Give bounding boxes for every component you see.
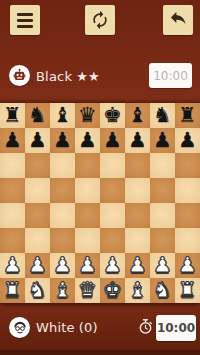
square-a2[interactable]: ♟ [0, 253, 25, 278]
black-clock: 10:00 [149, 63, 192, 88]
square-b1[interactable]: ♞ [25, 278, 50, 303]
square-a5[interactable] [0, 178, 25, 203]
square-b8[interactable]: ♞ [25, 103, 50, 128]
menu-button[interactable] [10, 5, 40, 35]
chess-board[interactable]: ♜♞♝♛♚♝♞♜♟♟♟♟♟♟♟♟♟♟♟♟♟♟♟♟♜♞♝♛♚♝♞♜ [0, 103, 200, 303]
square-h4[interactable] [175, 203, 200, 228]
square-e1[interactable]: ♚ [100, 278, 125, 303]
square-b2[interactable]: ♟ [25, 253, 50, 278]
square-g6[interactable] [150, 153, 175, 178]
square-e4[interactable] [100, 203, 125, 228]
square-g4[interactable] [150, 203, 175, 228]
square-e2[interactable]: ♟ [100, 253, 125, 278]
white-clock: 10:00 [156, 315, 196, 341]
square-e7[interactable]: ♟ [100, 128, 125, 153]
white-pawn: ♟ [128, 253, 147, 278]
stopwatch-icon [137, 318, 154, 335]
black-player-avatar [9, 65, 30, 86]
square-b5[interactable] [25, 178, 50, 203]
black-pawn: ♟ [3, 128, 22, 153]
square-a8[interactable]: ♜ [0, 103, 25, 128]
black-knight: ♞ [153, 103, 172, 128]
white-pawn: ♟ [53, 253, 72, 278]
square-d8[interactable]: ♛ [75, 103, 100, 128]
square-h3[interactable] [175, 228, 200, 253]
square-d3[interactable] [75, 228, 100, 253]
square-b4[interactable] [25, 203, 50, 228]
square-f3[interactable] [125, 228, 150, 253]
black-pawn: ♟ [78, 128, 97, 153]
hamburger-menu-icon [17, 13, 33, 28]
white-rook: ♜ [3, 278, 22, 303]
square-d7[interactable]: ♟ [75, 128, 100, 153]
square-g2[interactable]: ♟ [150, 253, 175, 278]
square-c5[interactable] [50, 178, 75, 203]
square-f7[interactable]: ♟ [125, 128, 150, 153]
square-h1[interactable]: ♜ [175, 278, 200, 303]
black-bishop: ♝ [53, 103, 72, 128]
white-knight: ♞ [153, 278, 172, 303]
black-pawn: ♟ [103, 128, 122, 153]
square-f8[interactable]: ♝ [125, 103, 150, 128]
white-player-avatar [9, 317, 30, 338]
square-a3[interactable] [0, 228, 25, 253]
black-king: ♚ [103, 103, 122, 128]
square-d4[interactable] [75, 203, 100, 228]
square-h5[interactable] [175, 178, 200, 203]
square-g1[interactable]: ♞ [150, 278, 175, 303]
bottom-shade [0, 350, 200, 355]
square-c3[interactable] [50, 228, 75, 253]
square-f6[interactable] [125, 153, 150, 178]
square-c6[interactable] [50, 153, 75, 178]
white-bishop: ♝ [53, 278, 72, 303]
chess-app-screen: Black★★ 10:00 ♜♞♝♛♚♝♞♜♟♟♟♟♟♟♟♟♟♟♟♟♟♟♟♟♜♞… [0, 0, 200, 355]
square-a6[interactable] [0, 153, 25, 178]
face-icon [12, 320, 28, 336]
square-c8[interactable]: ♝ [50, 103, 75, 128]
black-pawn: ♟ [28, 128, 47, 153]
difficulty-stars: ★★ [76, 69, 100, 84]
black-pawn: ♟ [128, 128, 147, 153]
square-f4[interactable] [125, 203, 150, 228]
white-knight: ♞ [28, 278, 47, 303]
black-pawn: ♟ [178, 128, 197, 153]
refresh-button[interactable] [85, 5, 115, 35]
white-pawn: ♟ [28, 253, 47, 278]
square-c2[interactable]: ♟ [50, 253, 75, 278]
square-b3[interactable] [25, 228, 50, 253]
square-a4[interactable] [0, 203, 25, 228]
black-rook: ♜ [3, 103, 22, 128]
white-rook: ♜ [178, 278, 197, 303]
black-bishop: ♝ [128, 103, 147, 128]
white-pawn: ♟ [153, 253, 172, 278]
square-g3[interactable] [150, 228, 175, 253]
square-h8[interactable]: ♜ [175, 103, 200, 128]
robot-icon [12, 68, 27, 83]
black-pawn: ♟ [153, 128, 172, 153]
square-e5[interactable] [100, 178, 125, 203]
refresh-sync-icon [90, 10, 110, 30]
white-king: ♚ [103, 278, 122, 303]
square-e6[interactable] [100, 153, 125, 178]
square-f1[interactable]: ♝ [125, 278, 150, 303]
white-pawn: ♟ [178, 253, 197, 278]
square-h6[interactable] [175, 153, 200, 178]
square-f2[interactable]: ♟ [125, 253, 150, 278]
capture-score: (0) [79, 320, 98, 335]
white-pawn: ♟ [3, 253, 22, 278]
undo-arrow-icon [168, 10, 188, 30]
square-e3[interactable] [100, 228, 125, 253]
white-queen: ♛ [78, 278, 97, 303]
square-g8[interactable]: ♞ [150, 103, 175, 128]
square-g5[interactable] [150, 178, 175, 203]
square-c4[interactable] [50, 203, 75, 228]
black-rook: ♜ [178, 103, 197, 128]
square-h2[interactable]: ♟ [175, 253, 200, 278]
square-d1[interactable]: ♛ [75, 278, 100, 303]
square-h7[interactable]: ♟ [175, 128, 200, 153]
square-b7[interactable]: ♟ [25, 128, 50, 153]
square-d5[interactable] [75, 178, 100, 203]
square-c1[interactable]: ♝ [50, 278, 75, 303]
square-f5[interactable] [125, 178, 150, 203]
square-d2[interactable]: ♟ [75, 253, 100, 278]
square-b6[interactable] [25, 153, 50, 178]
black-player-name: Black★★ [36, 69, 100, 84]
white-pawn: ♟ [78, 253, 97, 278]
black-knight: ♞ [28, 103, 47, 128]
white-pawn: ♟ [103, 253, 122, 278]
black-queen: ♛ [78, 103, 97, 128]
square-a1[interactable]: ♜ [0, 278, 25, 303]
square-d6[interactable] [75, 153, 100, 178]
square-e8[interactable]: ♚ [100, 103, 125, 128]
square-c7[interactable]: ♟ [50, 128, 75, 153]
white-player-name: White(0) [36, 320, 98, 335]
black-pawn: ♟ [53, 128, 72, 153]
square-a7[interactable]: ♟ [0, 128, 25, 153]
square-g7[interactable]: ♟ [150, 128, 175, 153]
white-bishop: ♝ [128, 278, 147, 303]
undo-button[interactable] [163, 5, 193, 35]
